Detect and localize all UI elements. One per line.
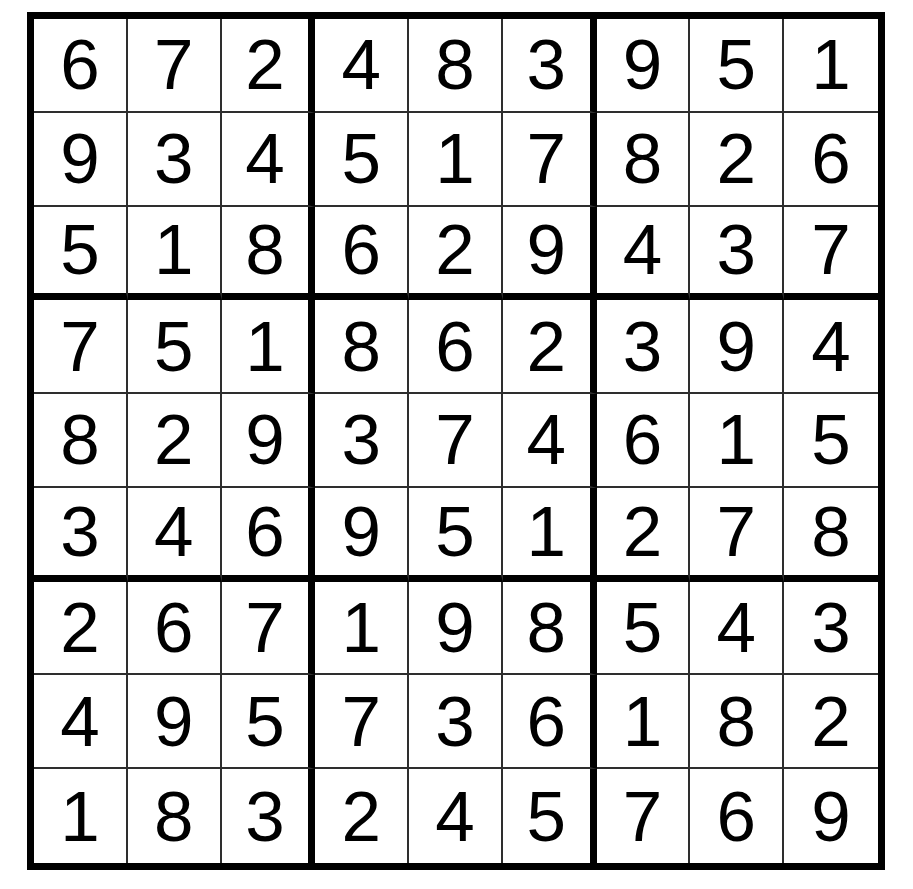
cell-r6c7[interactable]: 2 xyxy=(597,488,691,582)
cell-r2c9[interactable]: 6 xyxy=(784,113,878,207)
cell-r4c9[interactable]: 4 xyxy=(784,300,878,394)
cell-r3c2[interactable]: 1 xyxy=(128,207,222,301)
cell-r1c4[interactable]: 4 xyxy=(315,19,409,113)
cell-r2c5[interactable]: 1 xyxy=(409,113,503,207)
cell-r9c8[interactable]: 6 xyxy=(690,769,784,863)
cell-r2c2[interactable]: 3 xyxy=(128,113,222,207)
cell-r4c7[interactable]: 3 xyxy=(597,300,691,394)
cell-r8c7[interactable]: 1 xyxy=(597,675,691,769)
cell-r2c4[interactable]: 5 xyxy=(315,113,409,207)
cell-r5c8[interactable]: 1 xyxy=(690,394,784,488)
cell-r9c9[interactable]: 9 xyxy=(784,769,878,863)
cell-r1c3[interactable]: 2 xyxy=(222,19,316,113)
cell-r7c7[interactable]: 5 xyxy=(597,582,691,676)
cell-r3c5[interactable]: 2 xyxy=(409,207,503,301)
cell-r6c1[interactable]: 3 xyxy=(34,488,128,582)
cell-r9c3[interactable]: 3 xyxy=(222,769,316,863)
cell-r5c5[interactable]: 7 xyxy=(409,394,503,488)
cell-r9c1[interactable]: 1 xyxy=(34,769,128,863)
cell-r5c2[interactable]: 2 xyxy=(128,394,222,488)
cell-r7c6[interactable]: 8 xyxy=(503,582,597,676)
cell-r8c6[interactable]: 6 xyxy=(503,675,597,769)
cell-r3c6[interactable]: 9 xyxy=(503,207,597,301)
cell-r8c2[interactable]: 9 xyxy=(128,675,222,769)
sudoku-board: 6724839519345178265186294377518623948293… xyxy=(27,12,885,870)
cell-r6c3[interactable]: 6 xyxy=(222,488,316,582)
cell-r4c4[interactable]: 8 xyxy=(315,300,409,394)
cell-r7c5[interactable]: 9 xyxy=(409,582,503,676)
cell-r7c4[interactable]: 1 xyxy=(315,582,409,676)
cell-r3c4[interactable]: 6 xyxy=(315,207,409,301)
cell-r6c5[interactable]: 5 xyxy=(409,488,503,582)
cell-r5c3[interactable]: 9 xyxy=(222,394,316,488)
cell-r1c5[interactable]: 8 xyxy=(409,19,503,113)
cell-r8c4[interactable]: 7 xyxy=(315,675,409,769)
cell-r6c9[interactable]: 8 xyxy=(784,488,878,582)
cell-r1c8[interactable]: 5 xyxy=(690,19,784,113)
cell-r5c9[interactable]: 5 xyxy=(784,394,878,488)
cell-r7c2[interactable]: 6 xyxy=(128,582,222,676)
cell-r9c2[interactable]: 8 xyxy=(128,769,222,863)
cell-r2c6[interactable]: 7 xyxy=(503,113,597,207)
cell-r1c7[interactable]: 9 xyxy=(597,19,691,113)
cell-r9c4[interactable]: 2 xyxy=(315,769,409,863)
cell-r1c9[interactable]: 1 xyxy=(784,19,878,113)
cell-r4c5[interactable]: 6 xyxy=(409,300,503,394)
cell-r9c5[interactable]: 4 xyxy=(409,769,503,863)
cell-r3c7[interactable]: 4 xyxy=(597,207,691,301)
cell-r3c9[interactable]: 7 xyxy=(784,207,878,301)
cell-r4c2[interactable]: 5 xyxy=(128,300,222,394)
cell-r5c1[interactable]: 8 xyxy=(34,394,128,488)
cell-r6c6[interactable]: 1 xyxy=(503,488,597,582)
cell-r2c7[interactable]: 8 xyxy=(597,113,691,207)
cell-r1c1[interactable]: 6 xyxy=(34,19,128,113)
cell-r8c3[interactable]: 5 xyxy=(222,675,316,769)
cell-r8c8[interactable]: 8 xyxy=(690,675,784,769)
cell-r6c2[interactable]: 4 xyxy=(128,488,222,582)
cell-r1c2[interactable]: 7 xyxy=(128,19,222,113)
cell-r7c8[interactable]: 4 xyxy=(690,582,784,676)
cell-r7c1[interactable]: 2 xyxy=(34,582,128,676)
cell-r1c6[interactable]: 3 xyxy=(503,19,597,113)
cell-r5c4[interactable]: 3 xyxy=(315,394,409,488)
cell-r9c7[interactable]: 7 xyxy=(597,769,691,863)
cell-r4c3[interactable]: 1 xyxy=(222,300,316,394)
cell-r7c9[interactable]: 3 xyxy=(784,582,878,676)
cell-r4c6[interactable]: 2 xyxy=(503,300,597,394)
cell-r5c7[interactable]: 6 xyxy=(597,394,691,488)
cell-r3c8[interactable]: 3 xyxy=(690,207,784,301)
cell-r4c1[interactable]: 7 xyxy=(34,300,128,394)
cell-r8c1[interactable]: 4 xyxy=(34,675,128,769)
cell-r4c8[interactable]: 9 xyxy=(690,300,784,394)
cell-r6c8[interactable]: 7 xyxy=(690,488,784,582)
cell-r3c1[interactable]: 5 xyxy=(34,207,128,301)
cell-r7c3[interactable]: 7 xyxy=(222,582,316,676)
cell-r2c8[interactable]: 2 xyxy=(690,113,784,207)
cell-r2c1[interactable]: 9 xyxy=(34,113,128,207)
cell-r3c3[interactable]: 8 xyxy=(222,207,316,301)
cell-r9c6[interactable]: 5 xyxy=(503,769,597,863)
cell-r8c9[interactable]: 2 xyxy=(784,675,878,769)
cell-r8c5[interactable]: 3 xyxy=(409,675,503,769)
cell-r6c4[interactable]: 9 xyxy=(315,488,409,582)
cell-r2c3[interactable]: 4 xyxy=(222,113,316,207)
cell-r5c6[interactable]: 4 xyxy=(503,394,597,488)
